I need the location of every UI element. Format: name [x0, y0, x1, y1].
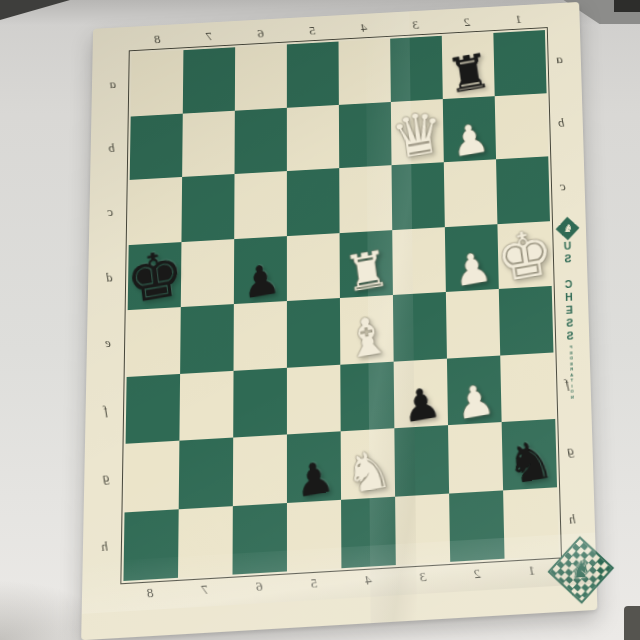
- rank-top-label-3: 3: [412, 17, 419, 32]
- file-left-label-c: c: [107, 204, 113, 220]
- file-left-label-b: b: [108, 140, 115, 156]
- piece-black-pawn-d6: ♟: [240, 260, 282, 303]
- square-e8: [127, 307, 181, 376]
- square-b7: [182, 110, 235, 177]
- square-d7: [181, 239, 234, 307]
- square-d4: ♜: [340, 230, 393, 298]
- rank-top-label-2: 2: [463, 15, 470, 30]
- square-f1: [500, 352, 555, 422]
- piece-white-pawn-f2: ♟: [453, 380, 496, 424]
- knight-glyph-icon: ♞: [562, 223, 572, 234]
- square-g5: ♟: [287, 431, 341, 502]
- square-f8: [126, 373, 181, 443]
- square-b6: [235, 107, 287, 174]
- background-bottom-right-object: [624, 606, 640, 640]
- square-e5: [287, 298, 340, 367]
- square-g4: ♞: [341, 428, 395, 499]
- square-f6: [233, 367, 287, 437]
- square-d8: ♚: [128, 242, 182, 311]
- square-b1: [495, 93, 549, 159]
- square-c6: [234, 171, 287, 239]
- piece-black-king-d8: ♚: [123, 245, 186, 311]
- piece-white-queen-b3: ♛: [388, 106, 448, 166]
- square-d2: ♟: [445, 224, 499, 292]
- square-g7: [179, 438, 233, 509]
- rank-top-label-4: 4: [360, 20, 366, 35]
- chess-board: ♜♛♟♚♟♜♟♚♝♟♟♟♞♞: [123, 30, 558, 581]
- square-b2: ♟: [443, 96, 496, 163]
- piece-black-rook-a2: ♜: [444, 49, 494, 99]
- square-a5: [287, 42, 339, 108]
- square-a3: [390, 36, 443, 102]
- square-g1: ♞: [502, 419, 557, 490]
- square-b4: [339, 102, 392, 169]
- square-f4: [340, 361, 394, 431]
- square-c5: [287, 168, 340, 236]
- piece-white-pawn-d2: ♟: [451, 248, 493, 291]
- square-h8: [123, 509, 178, 581]
- file-right-label-b: b: [558, 115, 565, 131]
- rank-top-label-5: 5: [309, 23, 315, 38]
- vinyl-chessboard-sheet: ♜♛♟♚♟♜♟♚♝♟♟♟♞♞ 8765432187654321abcdefgha…: [81, 2, 597, 640]
- file-left-label-a: a: [109, 77, 116, 93]
- piece-white-rook-d4: ♜: [341, 247, 391, 299]
- file-left-label-e: e: [105, 335, 111, 351]
- file-left-label-g: g: [103, 469, 110, 486]
- file-left-label-h: h: [101, 538, 108, 555]
- rank-bottom-label-7: 7: [201, 581, 208, 598]
- square-c1: [496, 156, 550, 223]
- square-f2: ♟: [447, 355, 502, 425]
- square-d1: ♚: [497, 221, 551, 289]
- square-g2: [448, 422, 503, 493]
- rank-bottom-label-6: 6: [256, 578, 263, 595]
- knight-glyph-icon: ♞: [570, 556, 591, 584]
- background-top-right-notch: [614, 0, 640, 12]
- square-h6: [232, 502, 286, 574]
- rank-bottom-label-1: 1: [528, 562, 535, 579]
- rank-bottom-label-5: 5: [310, 575, 317, 592]
- square-f3: ♟: [394, 358, 448, 428]
- piece-white-knight-g4: ♞: [341, 444, 394, 500]
- piece-white-king-d1: ♚: [492, 224, 557, 290]
- square-g3: [394, 425, 449, 496]
- file-right-label-c: c: [560, 179, 566, 195]
- square-f7: [179, 370, 233, 440]
- file-right-label-g: g: [567, 443, 574, 460]
- square-e1: [499, 286, 554, 355]
- side-logo-subtext: FEDERATION: [568, 344, 575, 400]
- square-h5: [287, 499, 341, 571]
- rank-top-label-7: 7: [205, 29, 211, 44]
- piece-black-pawn-g5: ♟: [293, 457, 336, 502]
- piece-white-bishop-e4: ♝: [341, 310, 394, 364]
- square-a4: [339, 39, 391, 105]
- square-a1: [493, 30, 546, 96]
- square-c4: [339, 165, 392, 232]
- file-right-label-h: h: [569, 511, 576, 528]
- square-c8: [129, 177, 182, 245]
- square-e3: [393, 292, 447, 361]
- square-e2: [446, 289, 500, 358]
- square-a8: [131, 50, 184, 116]
- rank-bottom-label-4: 4: [365, 572, 372, 589]
- square-b5: [287, 104, 339, 171]
- square-e7: [180, 304, 234, 373]
- square-d5: [287, 233, 340, 301]
- square-e4: ♝: [340, 295, 394, 364]
- square-d3: [392, 227, 446, 295]
- square-a2: ♜: [442, 33, 495, 99]
- square-h1: [503, 487, 559, 559]
- square-e6: [234, 301, 287, 370]
- piece-black-knight-g1: ♞: [503, 435, 557, 491]
- square-f5: [287, 364, 341, 434]
- square-b8: [130, 113, 183, 180]
- rank-bottom-label-2: 2: [473, 565, 480, 582]
- knight-diamond-icon: ♞: [555, 217, 579, 240]
- square-c2: [444, 159, 498, 226]
- square-a7: [183, 47, 235, 113]
- rank-bottom-label-8: 8: [146, 584, 153, 601]
- square-c7: [181, 174, 234, 242]
- square-d6: ♟: [234, 236, 287, 304]
- rank-bottom-label-3: 3: [419, 569, 426, 586]
- square-g6: [233, 434, 287, 505]
- square-h3: [395, 493, 450, 565]
- square-a6: [235, 44, 287, 110]
- square-h7: [178, 506, 233, 578]
- square-h4: [341, 496, 396, 568]
- file-right-label-a: a: [556, 52, 563, 67]
- file-left-label-d: d: [106, 269, 113, 285]
- piece-black-pawn-f3: ♟: [400, 383, 443, 427]
- side-logo-text: US CHESS: [561, 239, 576, 342]
- square-b3: ♛: [391, 99, 444, 166]
- square-h2: [449, 490, 504, 562]
- piece-white-pawn-b2: ♟: [449, 120, 491, 162]
- rank-top-label-1: 1: [515, 12, 522, 27]
- rank-top-label-8: 8: [154, 32, 161, 47]
- us-chess-side-logo: ♞ US CHESS FEDERATION: [551, 219, 588, 400]
- file-left-label-f: f: [104, 402, 108, 418]
- square-g8: [125, 441, 180, 512]
- square-c3: [392, 162, 445, 229]
- rank-top-label-6: 6: [257, 26, 263, 41]
